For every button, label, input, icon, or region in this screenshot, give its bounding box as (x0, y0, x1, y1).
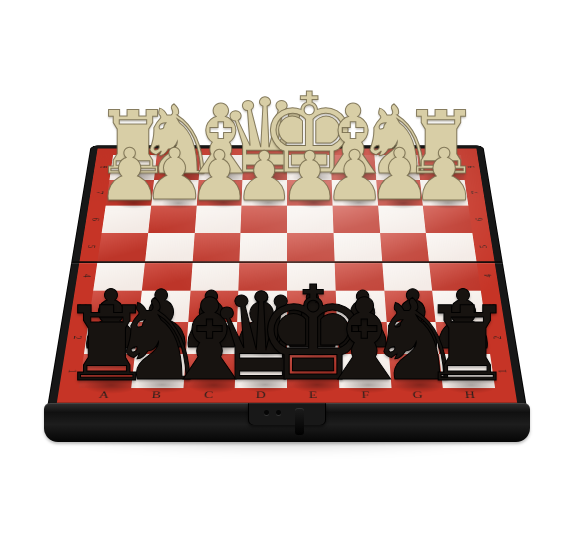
rank-label-5: 5 (84, 245, 98, 248)
pieces-layer: ♜♞♝♛♚♝♞♜♟♟♟♟♟♟♟♟♟♟♟♟♟♟♟♟♜♞♝♛♚♝♞♜ (0, 0, 574, 547)
square-h5[interactable] (426, 233, 476, 261)
square-g5[interactable] (380, 233, 429, 261)
latch-rivet-icon (264, 410, 269, 415)
latch-rivet-icon (276, 410, 281, 415)
piece-white-pawn-h7[interactable]: ♟ (412, 139, 477, 211)
chess-set-photo: 87654321 87654321 ABCDEFGH ♜♞♝♛♚♝♞♜♟♟♟♟♟… (0, 0, 574, 547)
rank-label-6: 6 (88, 218, 101, 221)
piece-black-rook-h1[interactable]: ♜ (421, 293, 513, 396)
rank-label-5: 5 (476, 245, 490, 248)
square-b5[interactable] (145, 233, 194, 261)
rank-label-6: 6 (472, 218, 485, 221)
latch-peg (295, 408, 304, 435)
square-c5[interactable] (192, 233, 240, 261)
square-a5[interactable] (98, 233, 148, 261)
